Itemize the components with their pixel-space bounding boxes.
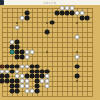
grid-line xyxy=(87,8,88,96)
grid-line xyxy=(92,8,93,96)
title-text: 19x19 xyxy=(43,1,56,5)
go-board[interactable] xyxy=(0,5,100,100)
black-stone xyxy=(50,20,55,25)
grid-line xyxy=(82,8,83,96)
black-stone xyxy=(85,15,90,20)
black-stone xyxy=(75,64,80,69)
star-point xyxy=(76,51,78,53)
black-stone xyxy=(45,30,50,35)
black-stone xyxy=(35,89,40,94)
white-stone xyxy=(45,84,50,89)
white-stone xyxy=(30,50,35,55)
app-screen: 19x19 xyxy=(0,0,100,100)
black-stone xyxy=(75,74,80,79)
white-stone xyxy=(25,54,30,59)
grid-line xyxy=(2,61,93,62)
star-point xyxy=(46,22,48,24)
grid-line xyxy=(2,96,93,97)
grid-line xyxy=(72,8,73,96)
star-point xyxy=(76,22,78,24)
grid-line xyxy=(67,8,68,96)
white-stone xyxy=(75,35,80,40)
board-grid xyxy=(2,8,93,96)
white-stone xyxy=(75,54,80,59)
white-stone xyxy=(15,25,20,30)
black-stone xyxy=(25,15,30,20)
star-point xyxy=(46,51,48,53)
grid-line xyxy=(62,8,63,96)
star-point xyxy=(16,22,18,24)
star-point xyxy=(76,80,78,82)
black-stone xyxy=(15,89,20,94)
grid-line xyxy=(57,8,58,96)
